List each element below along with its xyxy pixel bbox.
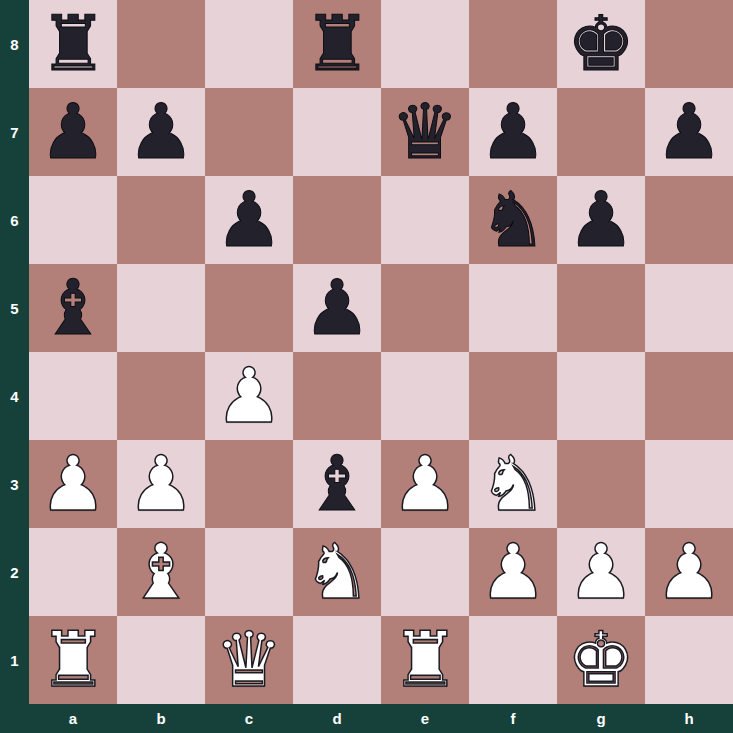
white-pawn[interactable]: ♟ (567, 534, 635, 610)
rank-label-3: 3 (0, 440, 29, 528)
black-rook[interactable]: ♜ (303, 6, 371, 82)
square-f3[interactable]: ♞ (469, 440, 557, 528)
file-label-a: a (29, 704, 117, 733)
square-e6[interactable] (381, 176, 469, 264)
square-h8[interactable] (645, 0, 733, 88)
black-pawn[interactable]: ♟ (39, 94, 107, 170)
white-queen[interactable]: ♛ (215, 622, 283, 698)
rank-label-7: 7 (0, 88, 29, 176)
square-e7[interactable]: ♛ (381, 88, 469, 176)
square-g2[interactable]: ♟ (557, 528, 645, 616)
white-knight[interactable]: ♞ (479, 446, 547, 522)
white-pawn[interactable]: ♟ (479, 534, 547, 610)
white-rook[interactable]: ♜ (39, 622, 107, 698)
white-pawn[interactable]: ♟ (215, 358, 283, 434)
square-e1[interactable]: ♜ (381, 616, 469, 704)
rank-label-8: 8 (0, 0, 29, 88)
square-c1[interactable]: ♛ (205, 616, 293, 704)
square-f4[interactable] (469, 352, 557, 440)
square-b6[interactable] (117, 176, 205, 264)
square-a6[interactable] (29, 176, 117, 264)
white-rook[interactable]: ♜ (391, 622, 459, 698)
black-pawn[interactable]: ♟ (303, 270, 371, 346)
square-h5[interactable] (645, 264, 733, 352)
square-d3[interactable]: ♝ (293, 440, 381, 528)
square-g8[interactable]: ♚ (557, 0, 645, 88)
square-b2[interactable]: ♝ (117, 528, 205, 616)
square-h2[interactable]: ♟ (645, 528, 733, 616)
square-c6[interactable]: ♟ (205, 176, 293, 264)
square-a1[interactable]: ♜ (29, 616, 117, 704)
square-a2[interactable] (29, 528, 117, 616)
square-h3[interactable] (645, 440, 733, 528)
square-b7[interactable]: ♟ (117, 88, 205, 176)
white-bishop[interactable]: ♝ (127, 534, 195, 610)
square-c8[interactable] (205, 0, 293, 88)
square-e3[interactable]: ♟ (381, 440, 469, 528)
rank-label-6: 6 (0, 176, 29, 264)
white-pawn[interactable]: ♟ (127, 446, 195, 522)
rank-label-2: 2 (0, 528, 29, 616)
square-d8[interactable]: ♜ (293, 0, 381, 88)
square-g7[interactable] (557, 88, 645, 176)
square-b8[interactable] (117, 0, 205, 88)
square-e4[interactable] (381, 352, 469, 440)
file-label-d: d (293, 704, 381, 733)
file-label-h: h (645, 704, 733, 733)
file-label-b: b (117, 704, 205, 733)
black-king[interactable]: ♚ (567, 6, 635, 82)
file-label-e: e (381, 704, 469, 733)
square-g1[interactable]: ♚ (557, 616, 645, 704)
black-bishop[interactable]: ♝ (303, 446, 371, 522)
square-h7[interactable]: ♟ (645, 88, 733, 176)
square-f1[interactable] (469, 616, 557, 704)
square-h4[interactable] (645, 352, 733, 440)
rank-label-1: 1 (0, 616, 29, 704)
square-g4[interactable] (557, 352, 645, 440)
corner-spacer (0, 704, 29, 733)
square-a8[interactable]: ♜ (29, 0, 117, 88)
square-d5[interactable]: ♟ (293, 264, 381, 352)
square-d4[interactable] (293, 352, 381, 440)
square-b4[interactable] (117, 352, 205, 440)
chess-board: 8♜♜♚7♟♟♛♟♟6♟♞♟5♝♟4♟3♟♟♝♟♞2♝♞♟♟♟1♜♛♜♚abcd… (0, 0, 733, 733)
square-a3[interactable]: ♟ (29, 440, 117, 528)
square-e8[interactable] (381, 0, 469, 88)
file-label-g: g (557, 704, 645, 733)
white-king[interactable]: ♚ (567, 622, 635, 698)
square-f2[interactable]: ♟ (469, 528, 557, 616)
black-pawn[interactable]: ♟ (655, 94, 723, 170)
file-label-c: c (205, 704, 293, 733)
square-d7[interactable] (293, 88, 381, 176)
square-f7[interactable]: ♟ (469, 88, 557, 176)
black-pawn[interactable]: ♟ (567, 182, 635, 258)
square-d2[interactable]: ♞ (293, 528, 381, 616)
black-knight[interactable]: ♞ (479, 182, 547, 258)
square-b1[interactable] (117, 616, 205, 704)
square-d1[interactable] (293, 616, 381, 704)
square-h6[interactable] (645, 176, 733, 264)
square-b5[interactable] (117, 264, 205, 352)
black-queen[interactable]: ♛ (391, 94, 459, 170)
square-a4[interactable] (29, 352, 117, 440)
black-pawn[interactable]: ♟ (215, 182, 283, 258)
square-e5[interactable] (381, 264, 469, 352)
white-pawn[interactable]: ♟ (655, 534, 723, 610)
black-rook[interactable]: ♜ (39, 6, 107, 82)
black-pawn[interactable]: ♟ (479, 94, 547, 170)
square-f6[interactable]: ♞ (469, 176, 557, 264)
square-b3[interactable]: ♟ (117, 440, 205, 528)
square-c3[interactable] (205, 440, 293, 528)
square-f8[interactable] (469, 0, 557, 88)
white-pawn[interactable]: ♟ (391, 446, 459, 522)
square-g3[interactable] (557, 440, 645, 528)
square-c4[interactable]: ♟ (205, 352, 293, 440)
file-label-f: f (469, 704, 557, 733)
square-g6[interactable]: ♟ (557, 176, 645, 264)
white-pawn[interactable]: ♟ (39, 446, 107, 522)
square-g5[interactable] (557, 264, 645, 352)
white-knight[interactable]: ♞ (303, 534, 371, 610)
square-e2[interactable] (381, 528, 469, 616)
square-c2[interactable] (205, 528, 293, 616)
black-bishop[interactable]: ♝ (39, 270, 107, 346)
square-c7[interactable] (205, 88, 293, 176)
rank-label-4: 4 (0, 352, 29, 440)
square-a7[interactable]: ♟ (29, 88, 117, 176)
square-a5[interactable]: ♝ (29, 264, 117, 352)
square-c5[interactable] (205, 264, 293, 352)
square-d6[interactable] (293, 176, 381, 264)
black-pawn[interactable]: ♟ (127, 94, 195, 170)
square-h1[interactable] (645, 616, 733, 704)
rank-label-5: 5 (0, 264, 29, 352)
square-f5[interactable] (469, 264, 557, 352)
